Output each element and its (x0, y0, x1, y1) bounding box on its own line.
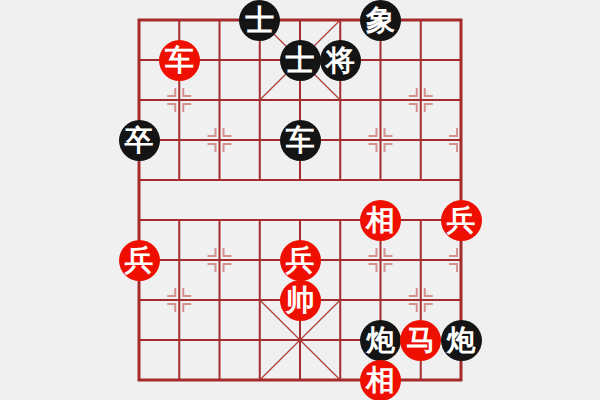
black-advisor[interactable]: 士 (239, 0, 280, 41)
red-general[interactable]: 帅 (280, 280, 321, 321)
red-chariot[interactable]: 车 (159, 40, 200, 81)
red-horse[interactable]: 马 (400, 320, 441, 361)
red-soldier[interactable]: 兵 (280, 240, 321, 281)
red-elephant[interactable]: 相 (360, 200, 401, 241)
black-chariot[interactable]: 车 (280, 120, 321, 161)
black-soldier[interactable]: 卒 (119, 120, 160, 161)
black-elephant[interactable]: 象 (360, 0, 401, 41)
black-cannon[interactable]: 炮 (441, 320, 482, 361)
black-cannon[interactable]: 炮 (360, 320, 401, 361)
black-general[interactable]: 将 (320, 40, 361, 81)
black-advisor[interactable]: 士 (280, 40, 321, 81)
red-elephant[interactable]: 相 (360, 360, 401, 400)
xiangqi-board: 士象士将卒车车相兵兵兵帅炮马炮相 (0, 0, 600, 400)
red-soldier[interactable]: 兵 (441, 200, 482, 241)
red-soldier[interactable]: 兵 (119, 240, 160, 281)
pieces-layer: 士象士将卒车车相兵兵兵帅炮马炮相 (119, 0, 481, 400)
